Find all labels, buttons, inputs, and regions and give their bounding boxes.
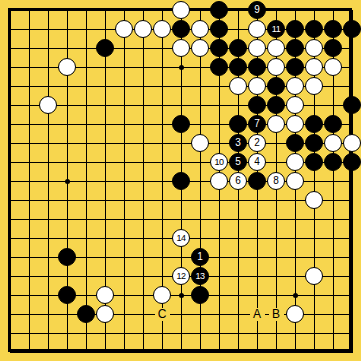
intersection (58, 58, 77, 77)
white-stone (248, 20, 266, 38)
intersection (305, 286, 324, 305)
move-number: 7 (254, 119, 260, 129)
intersection (77, 115, 96, 134)
intersection (96, 20, 115, 39)
intersection (39, 39, 58, 58)
intersection (248, 39, 267, 58)
intersection (267, 153, 286, 172)
intersection (286, 172, 305, 191)
intersection (77, 58, 96, 77)
intersection (20, 115, 39, 134)
intersection (1, 134, 20, 153)
intersection (305, 172, 324, 191)
intersection (39, 191, 58, 210)
intersection (153, 343, 172, 361)
white-stone (191, 134, 209, 152)
intersection (324, 20, 343, 39)
intersection (153, 172, 172, 191)
intersection (134, 96, 153, 115)
star-point (65, 179, 70, 184)
intersection (58, 324, 77, 343)
intersection (96, 1, 115, 20)
intersection (77, 191, 96, 210)
intersection (210, 172, 229, 191)
intersection (210, 248, 229, 267)
intersection (153, 267, 172, 286)
intersection (77, 153, 96, 172)
intersection (305, 191, 324, 210)
intersection (191, 286, 210, 305)
white-stone (134, 20, 152, 38)
intersection (248, 191, 267, 210)
intersection (324, 210, 343, 229)
intersection (210, 1, 229, 20)
intersection (39, 153, 58, 172)
intersection (96, 324, 115, 343)
intersection (324, 134, 343, 153)
white-stone: 2 (248, 134, 266, 152)
intersection (324, 96, 343, 115)
intersection (172, 134, 191, 153)
intersection (172, 153, 191, 172)
intersection (153, 96, 172, 115)
intersection (286, 96, 305, 115)
intersection (210, 229, 229, 248)
intersection (115, 172, 134, 191)
intersection (153, 248, 172, 267)
intersection (248, 172, 267, 191)
intersection (286, 134, 305, 153)
intersection (191, 343, 210, 361)
move-number: 11 (272, 25, 280, 34)
black-stone (210, 20, 228, 38)
intersection (172, 248, 191, 267)
intersection (153, 77, 172, 96)
intersection (134, 324, 153, 343)
intersection (153, 20, 172, 39)
intersection (115, 1, 134, 20)
black-stone: 9 (248, 1, 266, 19)
intersection (115, 191, 134, 210)
intersection (96, 58, 115, 77)
intersection (115, 39, 134, 58)
black-stone (324, 20, 342, 38)
intersection (267, 210, 286, 229)
go-board[interactable]: 9117321054681411213CAB (1, 1, 361, 361)
intersection (267, 248, 286, 267)
intersection (191, 229, 210, 248)
black-stone: 11 (267, 20, 285, 38)
move-number: 6 (235, 176, 241, 186)
intersection (248, 20, 267, 39)
intersection (210, 324, 229, 343)
intersection (20, 77, 39, 96)
intersection: 14 (172, 229, 191, 248)
intersection (210, 305, 229, 324)
intersection (39, 96, 58, 115)
black-stone: 1 (191, 248, 209, 266)
intersection (343, 39, 361, 58)
intersection (248, 96, 267, 115)
white-stone (324, 134, 342, 152)
intersection (305, 210, 324, 229)
black-stone (267, 77, 285, 95)
intersection (229, 20, 248, 39)
intersection (58, 267, 77, 286)
move-number: 1 (197, 252, 203, 262)
black-stone (172, 20, 190, 38)
intersection (1, 39, 20, 58)
intersection (210, 77, 229, 96)
white-stone (286, 96, 304, 114)
white-stone (210, 172, 228, 190)
intersection (210, 96, 229, 115)
intersection (58, 96, 77, 115)
go-diagram: 9117321054681411213CAB (0, 0, 361, 361)
intersection (286, 267, 305, 286)
move-number: 2 (254, 138, 260, 148)
black-stone (343, 20, 361, 38)
intersection (58, 305, 77, 324)
intersection (96, 77, 115, 96)
intersection (39, 248, 58, 267)
black-stone (96, 39, 114, 57)
intersection (324, 39, 343, 58)
intersection (191, 172, 210, 191)
intersection (343, 115, 361, 134)
intersection: 10 (210, 153, 229, 172)
intersection (39, 286, 58, 305)
intersection (286, 20, 305, 39)
white-stone (305, 58, 323, 76)
intersection (229, 39, 248, 58)
intersection (20, 286, 39, 305)
intersection (115, 305, 134, 324)
white-stone (286, 153, 304, 171)
intersection (58, 134, 77, 153)
intersection (134, 343, 153, 361)
intersection (324, 343, 343, 361)
intersection (115, 20, 134, 39)
white-stone: 4 (248, 153, 266, 171)
black-stone (77, 305, 95, 323)
intersection (20, 324, 39, 343)
white-stone: 14 (172, 229, 190, 247)
intersection (1, 77, 20, 96)
intersection (191, 39, 210, 58)
intersection (191, 58, 210, 77)
black-stone (305, 115, 323, 133)
intersection (210, 267, 229, 286)
white-stone (172, 39, 190, 57)
intersection (343, 267, 361, 286)
black-stone (229, 39, 247, 57)
intersection (286, 1, 305, 20)
white-stone (96, 286, 114, 304)
intersection (305, 305, 324, 324)
intersection (96, 39, 115, 58)
intersection (77, 305, 96, 324)
white-stone (286, 172, 304, 190)
intersection (58, 77, 77, 96)
intersection (96, 343, 115, 361)
intersection (267, 96, 286, 115)
intersection: 9 (248, 1, 267, 20)
intersection (267, 115, 286, 134)
intersection (115, 286, 134, 305)
intersection (96, 191, 115, 210)
intersection (20, 96, 39, 115)
intersection (153, 134, 172, 153)
intersection (191, 20, 210, 39)
intersection (210, 191, 229, 210)
intersection (20, 191, 39, 210)
intersection (96, 210, 115, 229)
intersection (286, 77, 305, 96)
intersection (1, 153, 20, 172)
intersection (324, 324, 343, 343)
intersection (77, 210, 96, 229)
intersection (248, 267, 267, 286)
intersection (1, 58, 20, 77)
intersection (134, 172, 153, 191)
intersection (77, 77, 96, 96)
intersection (210, 343, 229, 361)
intersection (134, 153, 153, 172)
white-stone: 6 (229, 172, 247, 190)
intersection (1, 248, 20, 267)
intersection (115, 248, 134, 267)
intersection (153, 229, 172, 248)
intersection (229, 115, 248, 134)
intersection (324, 267, 343, 286)
move-number: 12 (176, 272, 185, 281)
intersection (248, 343, 267, 361)
intersection (305, 267, 324, 286)
black-stone (191, 286, 209, 304)
intersection (305, 96, 324, 115)
intersection (96, 267, 115, 286)
intersection (343, 324, 361, 343)
black-stone (248, 58, 266, 76)
intersection (153, 58, 172, 77)
white-stone (191, 39, 209, 57)
black-stone (267, 96, 285, 114)
intersection (96, 172, 115, 191)
intersection (96, 134, 115, 153)
intersection (191, 1, 210, 20)
intersection (1, 172, 20, 191)
intersection (115, 229, 134, 248)
intersection (305, 20, 324, 39)
white-stone (286, 305, 304, 323)
intersection: 8 (267, 172, 286, 191)
intersection (267, 1, 286, 20)
intersection (286, 286, 305, 305)
intersection (96, 229, 115, 248)
intersection (39, 305, 58, 324)
white-stone (343, 134, 361, 152)
intersection (229, 77, 248, 96)
white-stone (172, 1, 190, 19)
intersection (115, 77, 134, 96)
intersection (172, 20, 191, 39)
intersection (267, 39, 286, 58)
intersection (1, 191, 20, 210)
intersection (58, 1, 77, 20)
black-stone (58, 248, 76, 266)
intersection (343, 229, 361, 248)
intersection (248, 286, 267, 305)
intersection (115, 343, 134, 361)
white-stone: 12 (172, 267, 190, 285)
intersection (210, 210, 229, 229)
intersection (248, 229, 267, 248)
intersection (77, 96, 96, 115)
intersection (324, 305, 343, 324)
intersection (305, 77, 324, 96)
intersection (153, 39, 172, 58)
white-stone: 10 (210, 153, 228, 171)
white-stone (305, 267, 323, 285)
intersection (39, 134, 58, 153)
white-stone (248, 39, 266, 57)
black-stone: 3 (229, 134, 247, 152)
intersection (77, 248, 96, 267)
intersection: 3 (229, 134, 248, 153)
white-stone (324, 58, 342, 76)
intersection (324, 286, 343, 305)
intersection (39, 77, 58, 96)
intersection (115, 153, 134, 172)
intersection (1, 324, 20, 343)
intersection (77, 172, 96, 191)
intersection (305, 343, 324, 361)
intersection (115, 267, 134, 286)
intersection (39, 20, 58, 39)
intersection: 12 (172, 267, 191, 286)
intersection (58, 248, 77, 267)
intersection (343, 248, 361, 267)
intersection: B (267, 305, 286, 324)
intersection (134, 210, 153, 229)
intersection (115, 58, 134, 77)
intersection (58, 286, 77, 305)
intersection (58, 229, 77, 248)
intersection (58, 191, 77, 210)
intersection (1, 305, 20, 324)
intersection (305, 153, 324, 172)
white-stone (229, 77, 247, 95)
intersection: 13 (191, 267, 210, 286)
intersection (267, 191, 286, 210)
intersection (229, 324, 248, 343)
intersection (96, 153, 115, 172)
intersection (134, 20, 153, 39)
intersection (20, 229, 39, 248)
black-stone: 13 (191, 267, 209, 285)
intersection: 1 (191, 248, 210, 267)
intersection (77, 267, 96, 286)
intersection (172, 343, 191, 361)
intersection (77, 229, 96, 248)
intersection (229, 58, 248, 77)
intersection (343, 96, 361, 115)
star-point (179, 65, 184, 70)
intersection (286, 229, 305, 248)
star-point (179, 293, 184, 298)
intersection (1, 20, 20, 39)
intersection (58, 172, 77, 191)
intersection (20, 134, 39, 153)
intersection (58, 39, 77, 58)
white-stone (153, 20, 171, 38)
intersection (267, 77, 286, 96)
intersection (115, 96, 134, 115)
intersection (153, 153, 172, 172)
intersection (286, 191, 305, 210)
white-stone (305, 77, 323, 95)
intersection (134, 191, 153, 210)
intersection (20, 39, 39, 58)
intersection (96, 115, 115, 134)
white-stone (267, 58, 285, 76)
intersection (20, 210, 39, 229)
black-stone (286, 39, 304, 57)
intersection (191, 153, 210, 172)
intersection (343, 58, 361, 77)
intersection (267, 324, 286, 343)
black-stone (58, 286, 76, 304)
white-stone (115, 20, 133, 38)
intersection (286, 305, 305, 324)
white-stone (286, 115, 304, 133)
black-stone (229, 58, 247, 76)
intersection (324, 191, 343, 210)
intersection (134, 115, 153, 134)
intersection (153, 286, 172, 305)
intersection (39, 343, 58, 361)
intersection (248, 58, 267, 77)
black-stone (172, 115, 190, 133)
intersection (20, 267, 39, 286)
intersection (305, 229, 324, 248)
intersection (210, 58, 229, 77)
white-stone (58, 58, 76, 76)
intersection (210, 39, 229, 58)
intersection (191, 191, 210, 210)
intersection (58, 20, 77, 39)
black-stone: 7 (248, 115, 266, 133)
intersection (20, 305, 39, 324)
intersection (324, 229, 343, 248)
intersection (286, 115, 305, 134)
intersection (58, 115, 77, 134)
intersection: 6 (229, 172, 248, 191)
intersection (115, 324, 134, 343)
intersection (210, 20, 229, 39)
intersection (229, 191, 248, 210)
intersection (229, 96, 248, 115)
intersection (172, 324, 191, 343)
black-stone (286, 134, 304, 152)
intersection (324, 153, 343, 172)
intersection: 2 (248, 134, 267, 153)
intersection (229, 267, 248, 286)
intersection (286, 39, 305, 58)
intersection (229, 248, 248, 267)
intersection (96, 96, 115, 115)
